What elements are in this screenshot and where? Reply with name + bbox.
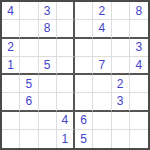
cell-r7c8[interactable] [130, 112, 148, 130]
cell-r7c4[interactable]: 4 [57, 112, 75, 130]
cell-r1c6[interactable]: 2 [93, 2, 111, 20]
cell-r7c3[interactable] [39, 112, 57, 130]
given-digit: 7 [99, 59, 106, 71]
cell-r2c6[interactable]: 4 [93, 20, 111, 38]
cell-r1c7[interactable] [112, 2, 130, 20]
cell-r1c8[interactable]: 8 [130, 2, 148, 20]
cell-r1c3[interactable]: 3 [39, 2, 57, 20]
cell-r7c1[interactable] [2, 112, 20, 130]
cell-r6c5[interactable] [75, 93, 93, 111]
cell-r8c5[interactable]: 5 [75, 130, 93, 148]
cell-r8c4[interactable]: 1 [57, 130, 75, 148]
given-digit: 3 [136, 41, 143, 53]
given-digit: 2 [117, 78, 124, 90]
cell-r1c5[interactable] [75, 2, 93, 20]
given-digit: 4 [136, 59, 143, 71]
cell-r2c7[interactable] [112, 20, 130, 38]
cell-r1c1[interactable]: 4 [2, 2, 20, 20]
given-digit: 6 [26, 95, 33, 107]
cell-r4c5[interactable] [75, 57, 93, 75]
cell-r2c1[interactable] [2, 20, 20, 38]
cell-r4c2[interactable] [20, 57, 38, 75]
given-digit: 4 [7, 5, 14, 17]
given-digit: 2 [99, 5, 106, 17]
cell-r2c3[interactable]: 8 [39, 20, 57, 38]
cell-r3c4[interactable] [57, 39, 75, 57]
given-digit: 4 [99, 22, 106, 34]
cell-r5c5[interactable] [75, 75, 93, 93]
cell-r2c8[interactable] [130, 20, 148, 38]
cell-r6c2[interactable]: 6 [20, 93, 38, 111]
given-digit: 6 [80, 114, 87, 126]
given-digit: 3 [117, 95, 124, 107]
cell-r4c3[interactable]: 5 [39, 57, 57, 75]
cell-r2c5[interactable] [75, 20, 93, 38]
cell-r4c4[interactable] [57, 57, 75, 75]
cell-r7c6[interactable] [93, 112, 111, 130]
cell-r8c3[interactable] [39, 130, 57, 148]
cell-r3c6[interactable] [93, 39, 111, 57]
cell-r4c7[interactable] [112, 57, 130, 75]
cell-r8c8[interactable] [130, 130, 148, 148]
cell-r7c2[interactable] [20, 112, 38, 130]
cell-r3c7[interactable] [112, 39, 130, 57]
cell-r3c2[interactable] [20, 39, 38, 57]
given-digit: 1 [62, 133, 69, 145]
cell-r5c7[interactable]: 2 [112, 75, 130, 93]
cell-r6c7[interactable]: 3 [112, 93, 130, 111]
cell-r4c8[interactable]: 4 [130, 57, 148, 75]
cell-r6c8[interactable] [130, 93, 148, 111]
given-digit: 3 [44, 5, 51, 17]
cell-r5c3[interactable] [39, 75, 57, 93]
cell-r5c2[interactable]: 5 [20, 75, 38, 93]
cell-r5c1[interactable] [2, 75, 20, 93]
cell-r3c1[interactable]: 2 [2, 39, 20, 57]
cell-r5c6[interactable] [93, 75, 111, 93]
cell-r4c6[interactable]: 7 [93, 57, 111, 75]
cell-r1c4[interactable] [57, 2, 75, 20]
sudoku-board: 43288423157452634615 [0, 0, 150, 150]
cell-r6c1[interactable] [2, 93, 20, 111]
cell-r5c8[interactable] [130, 75, 148, 93]
cell-r3c8[interactable]: 3 [130, 39, 148, 57]
given-digit: 2 [7, 41, 14, 53]
cell-r4c1[interactable]: 1 [2, 57, 20, 75]
given-digit: 8 [136, 5, 143, 17]
given-digit: 4 [62, 114, 69, 126]
cell-r7c7[interactable] [112, 112, 130, 130]
given-digit: 5 [44, 59, 51, 71]
cell-r3c5[interactable] [75, 39, 93, 57]
given-digit: 1 [7, 59, 14, 71]
cell-r8c7[interactable] [112, 130, 130, 148]
given-digit: 5 [80, 133, 87, 145]
cell-r8c2[interactable] [20, 130, 38, 148]
cell-r6c3[interactable] [39, 93, 57, 111]
given-digit: 8 [44, 22, 51, 34]
cell-r6c4[interactable] [57, 93, 75, 111]
cell-r8c6[interactable] [93, 130, 111, 148]
cell-r3c3[interactable] [39, 39, 57, 57]
cell-r2c4[interactable] [57, 20, 75, 38]
cell-r5c4[interactable] [57, 75, 75, 93]
cell-r1c2[interactable] [20, 2, 38, 20]
cell-r7c5[interactable]: 6 [75, 112, 93, 130]
cell-r6c6[interactable] [93, 93, 111, 111]
given-digit: 5 [26, 78, 33, 90]
cell-r2c2[interactable] [20, 20, 38, 38]
cell-r8c1[interactable] [2, 130, 20, 148]
